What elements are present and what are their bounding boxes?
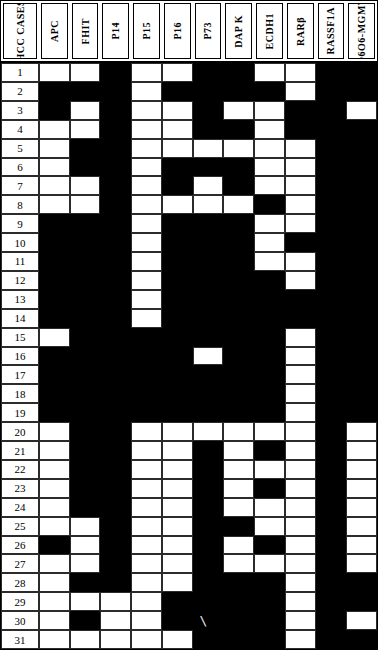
grid-cell <box>223 365 254 384</box>
grid-cell <box>254 176 285 195</box>
grid-cell <box>70 82 101 101</box>
grid-cell <box>39 611 70 630</box>
column-header-cell: P73 <box>193 1 224 63</box>
case-number-cell: 5 <box>1 139 39 158</box>
column-header-cell: O6O6-MGMT <box>346 1 377 63</box>
grid-cell <box>346 101 377 120</box>
grid-cell <box>316 176 347 195</box>
grid-cell <box>316 611 347 630</box>
grid-cell <box>316 630 347 649</box>
grid-cell <box>285 63 316 82</box>
grid-cell <box>316 82 347 101</box>
grid-cell <box>39 176 70 195</box>
column-header-cell: P14 <box>100 1 131 63</box>
grid-cell <box>223 195 254 214</box>
grid-cell <box>346 139 377 158</box>
grid-cell <box>223 517 254 536</box>
case-number-label: 30 <box>15 615 26 627</box>
grid-cell <box>131 573 162 592</box>
grid-cell: \ <box>193 611 224 630</box>
grid-cell <box>193 82 224 101</box>
grid-cell <box>316 309 347 328</box>
grid-cell <box>70 290 101 309</box>
grid-cell <box>39 422 70 441</box>
grid-cell <box>285 158 316 177</box>
grid-cell <box>223 630 254 649</box>
grid-cell <box>70 309 101 328</box>
grid-cell <box>223 536 254 555</box>
grid-cell <box>346 214 377 233</box>
grid-cell <box>162 592 193 611</box>
grid-cell <box>285 309 316 328</box>
grid-cell <box>254 517 285 536</box>
grid-cell <box>70 252 101 271</box>
case-number-cell: 2 <box>1 82 39 101</box>
grid-cell <box>254 271 285 290</box>
grid-cell <box>193 441 224 460</box>
grid-cell <box>39 403 70 422</box>
grid-cell <box>254 592 285 611</box>
grid-cell <box>346 290 377 309</box>
grid-cell <box>346 365 377 384</box>
grid-cell <box>100 290 131 309</box>
grid-cell <box>193 536 224 555</box>
case-number-label: 10 <box>15 237 26 249</box>
case-number-label: 31 <box>15 634 26 646</box>
header-box: RASSF1A <box>318 3 345 59</box>
grid-cell <box>131 460 162 479</box>
column-header-label: P14 <box>110 22 121 40</box>
grid-cell <box>162 63 193 82</box>
grid-cell <box>254 195 285 214</box>
case-number-cell: 20 <box>1 422 39 441</box>
grid-cell <box>70 101 101 120</box>
grid-cell <box>193 139 224 158</box>
column-header-label: RASSF1A <box>325 7 336 54</box>
grid-cell <box>131 82 162 101</box>
grid-cell <box>346 309 377 328</box>
column-header-label: RARβ <box>295 17 306 46</box>
grid-cell <box>131 554 162 573</box>
grid-cell <box>193 233 224 252</box>
grid-cell <box>285 120 316 139</box>
grid-cell <box>316 517 347 536</box>
grid-cell <box>254 233 285 252</box>
grid-cell <box>100 214 131 233</box>
grid-cell <box>39 271 70 290</box>
column-header-label: P16 <box>172 22 183 40</box>
grid-cell <box>223 233 254 252</box>
grid-cell <box>316 498 347 517</box>
grid-cell <box>162 554 193 573</box>
case-number-label: 22 <box>15 463 26 475</box>
case-number-cell: 15 <box>1 328 39 347</box>
grid-cell <box>346 271 377 290</box>
grid-cell <box>223 611 254 630</box>
column-header-cell: RASSF1A <box>316 1 347 63</box>
grid-cell <box>100 252 131 271</box>
grid-cell <box>39 120 70 139</box>
header-box: O6O6-MGMT <box>348 3 375 59</box>
grid-cell <box>346 422 377 441</box>
grid-cell <box>100 158 131 177</box>
grid-cell <box>223 120 254 139</box>
grid-cell <box>39 214 70 233</box>
grid-cell <box>346 82 377 101</box>
case-number-cell: 19 <box>1 403 39 422</box>
case-number-label: 4 <box>17 123 23 135</box>
grid-cell <box>162 422 193 441</box>
grid-cell <box>316 290 347 309</box>
case-number-label: 24 <box>15 501 26 513</box>
grid-cell <box>100 176 131 195</box>
case-number-label: 26 <box>15 539 26 551</box>
grid-cell <box>285 328 316 347</box>
grid-cell <box>316 554 347 573</box>
grid-cell <box>254 328 285 347</box>
case-number-label: 16 <box>15 350 26 362</box>
grid-cell <box>100 536 131 555</box>
grid-cell <box>223 82 254 101</box>
grid-cell <box>131 479 162 498</box>
grid-cell <box>131 328 162 347</box>
grid-cell <box>131 498 162 517</box>
grid-cell <box>131 441 162 460</box>
grid-cell <box>162 195 193 214</box>
grid-cell <box>70 517 101 536</box>
grid-cell <box>346 384 377 403</box>
grid-cell <box>193 158 224 177</box>
grid-cell <box>162 441 193 460</box>
case-number-cell: 8 <box>1 195 39 214</box>
grid-cell <box>254 630 285 649</box>
grid-cell <box>285 290 316 309</box>
grid-cell <box>193 460 224 479</box>
grid-cell <box>100 82 131 101</box>
grid-cell <box>70 611 101 630</box>
grid-cell <box>285 347 316 366</box>
grid-cell <box>346 630 377 649</box>
grid-cell <box>193 592 224 611</box>
grid-cell <box>100 479 131 498</box>
grid-cell <box>223 309 254 328</box>
grid-cell <box>254 158 285 177</box>
header-box: FHIT <box>72 3 99 59</box>
grid-cell <box>39 233 70 252</box>
case-number-label: 9 <box>17 218 23 230</box>
grid-cell <box>100 365 131 384</box>
case-number-cell: 22 <box>1 460 39 479</box>
grid-cell <box>100 328 131 347</box>
grid-cell <box>254 384 285 403</box>
grid-cell <box>193 573 224 592</box>
grid-cell <box>223 139 254 158</box>
grid-cell <box>100 347 131 366</box>
grid-cell <box>223 328 254 347</box>
grid-cell <box>193 365 224 384</box>
grid-cell <box>162 498 193 517</box>
grid-cell <box>39 554 70 573</box>
grid-cell <box>70 271 101 290</box>
case-number-label: 6 <box>17 161 23 173</box>
grid-cell <box>100 498 131 517</box>
grid-cell <box>100 309 131 328</box>
grid-cell <box>131 422 162 441</box>
grid-cell <box>223 573 254 592</box>
grid-cell <box>285 384 316 403</box>
grid-cell <box>223 460 254 479</box>
grid-cell <box>131 120 162 139</box>
case-number-label: 18 <box>15 388 26 400</box>
grid-cell <box>316 460 347 479</box>
grid-cell <box>193 309 224 328</box>
grid-cell <box>285 422 316 441</box>
grid-cell <box>285 195 316 214</box>
grid-cell <box>70 422 101 441</box>
grid-cell <box>162 158 193 177</box>
case-number-label: 8 <box>17 199 23 211</box>
case-number-cell: 31 <box>1 630 39 649</box>
grid-cell <box>346 498 377 517</box>
grid-cell <box>285 554 316 573</box>
grid-cell <box>100 233 131 252</box>
grid-cell <box>162 517 193 536</box>
case-number-cell: 9 <box>1 214 39 233</box>
case-number-cell: 26 <box>1 536 39 555</box>
case-number-cell: 16 <box>1 347 39 366</box>
grid-cell <box>100 554 131 573</box>
case-number-label: 27 <box>15 558 26 570</box>
case-number-cell: 21 <box>1 441 39 460</box>
case-number-label: 25 <box>15 520 26 532</box>
grid-cell <box>223 214 254 233</box>
grid-cell <box>131 290 162 309</box>
column-header-cell: DAP K <box>223 1 254 63</box>
column-header-label: P15 <box>141 22 152 40</box>
grid-cell <box>131 611 162 630</box>
grid-cell <box>346 195 377 214</box>
grid-cell <box>70 384 101 403</box>
grid-cell <box>346 63 377 82</box>
grid-cell <box>70 592 101 611</box>
grid-cell <box>193 290 224 309</box>
grid-cell <box>70 195 101 214</box>
grid-cell <box>316 214 347 233</box>
grid-cell <box>254 441 285 460</box>
grid-cell <box>100 422 131 441</box>
grid-cell <box>162 365 193 384</box>
grid-cell <box>162 252 193 271</box>
grid-cell <box>193 63 224 82</box>
grid-cell <box>193 252 224 271</box>
grid-cell <box>131 176 162 195</box>
column-header-cell: RARβ <box>285 1 316 63</box>
grid-cell <box>162 120 193 139</box>
grid-cell <box>162 384 193 403</box>
grid-cell <box>346 347 377 366</box>
grid-cell <box>131 101 162 120</box>
column-header-label: FHIT <box>80 18 91 44</box>
grid-cell <box>70 403 101 422</box>
grid-cell <box>70 233 101 252</box>
grid-cell <box>131 365 162 384</box>
grid-cell <box>316 195 347 214</box>
grid-cell <box>162 328 193 347</box>
grid-cell <box>39 536 70 555</box>
grid-cell <box>223 63 254 82</box>
case-number-cell: 25 <box>1 517 39 536</box>
case-number-cell: 11 <box>1 252 39 271</box>
grid-cell <box>316 536 347 555</box>
grid-cell <box>223 422 254 441</box>
grid-cell <box>39 630 70 649</box>
grid-cell <box>100 517 131 536</box>
grid-cell <box>70 63 101 82</box>
grid-cell <box>39 63 70 82</box>
grid-cell <box>193 384 224 403</box>
grid-cell <box>316 479 347 498</box>
case-number-label: 29 <box>15 596 26 608</box>
grid-cell <box>285 498 316 517</box>
case-number-label: 28 <box>15 577 26 589</box>
grid-cell <box>131 214 162 233</box>
grid-cell <box>162 630 193 649</box>
grid-cell <box>39 82 70 101</box>
grid-cell <box>316 441 347 460</box>
grid-cell <box>162 271 193 290</box>
grid-cell <box>346 158 377 177</box>
grid-cell <box>316 384 347 403</box>
grid-cell <box>131 139 162 158</box>
grid-cell <box>39 328 70 347</box>
header-box: ECDH1 <box>256 3 283 59</box>
case-number-cell: 1 <box>1 63 39 82</box>
case-number-cell: 24 <box>1 498 39 517</box>
case-number-cell: 14 <box>1 309 39 328</box>
grid-cell <box>70 498 101 517</box>
case-number-label: 20 <box>15 426 26 438</box>
case-number-label: 17 <box>15 369 26 381</box>
case-number-cell: 13 <box>1 290 39 309</box>
grid-cell <box>162 611 193 630</box>
grid-cell <box>254 554 285 573</box>
column-header-label: ECDH1 <box>264 13 275 49</box>
grid-cell <box>285 101 316 120</box>
grid-cell <box>223 592 254 611</box>
grid-cell <box>162 309 193 328</box>
grid-cell <box>70 573 101 592</box>
grid-cell <box>70 328 101 347</box>
grid-cell <box>162 290 193 309</box>
grid-cell <box>285 233 316 252</box>
grid-cell <box>39 592 70 611</box>
case-number-cell: 10 <box>1 233 39 252</box>
grid-cell <box>131 233 162 252</box>
grid-cell <box>131 63 162 82</box>
grid-cell <box>162 176 193 195</box>
grid-cell <box>162 573 193 592</box>
header-box: P14 <box>102 3 129 59</box>
grid-cell <box>223 176 254 195</box>
grid-cell <box>316 120 347 139</box>
grid-cell <box>223 347 254 366</box>
grid-cell <box>162 139 193 158</box>
grid-cell <box>316 63 347 82</box>
case-number-cell: 3 <box>1 101 39 120</box>
grid-cell <box>39 195 70 214</box>
grid-cell <box>100 63 131 82</box>
grid-cell <box>100 195 131 214</box>
column-header-label: DAP K <box>233 15 244 48</box>
grid-cell <box>346 252 377 271</box>
grid-cell <box>131 384 162 403</box>
case-number-cell: 4 <box>1 120 39 139</box>
grid-cell <box>223 403 254 422</box>
grid-cell <box>100 630 131 649</box>
grid-cell <box>346 611 377 630</box>
grid-cell <box>254 536 285 555</box>
case-number-label: 11 <box>15 255 26 267</box>
grid-cell <box>223 101 254 120</box>
grid-cell <box>193 403 224 422</box>
grid-cell <box>39 309 70 328</box>
grid-cell <box>131 536 162 555</box>
grid-cell <box>100 139 131 158</box>
grid-cell <box>39 517 70 536</box>
grid-cell <box>285 479 316 498</box>
grid-cell <box>193 214 224 233</box>
grid-cell <box>193 479 224 498</box>
grid-cell <box>346 536 377 555</box>
grid-cell <box>254 611 285 630</box>
grid-cell <box>100 271 131 290</box>
grid-cell <box>162 214 193 233</box>
grid-cell <box>223 441 254 460</box>
grid-cell <box>285 441 316 460</box>
grid-cell <box>285 630 316 649</box>
grid-cell <box>285 365 316 384</box>
grid-cell <box>254 365 285 384</box>
grid-cell <box>193 498 224 517</box>
case-number-cell: 23 <box>1 479 39 498</box>
methylation-grid: HCC CASESAPCFHITP14P15P16P73DAP KECDH1RA… <box>0 0 378 650</box>
grid-cell <box>131 630 162 649</box>
grid-cell <box>285 176 316 195</box>
case-number-cell: 29 <box>1 592 39 611</box>
grid-cell <box>316 592 347 611</box>
grid-cell <box>131 592 162 611</box>
grid-cell <box>39 101 70 120</box>
grid-cell <box>193 195 224 214</box>
grid-cell <box>100 384 131 403</box>
grid-cell <box>346 328 377 347</box>
grid-cell <box>254 101 285 120</box>
grid-cell <box>285 214 316 233</box>
case-number-label: 7 <box>17 180 23 192</box>
column-header-cell: APC <box>39 1 70 63</box>
grid-cell <box>70 460 101 479</box>
case-number-label: 19 <box>15 407 26 419</box>
grid-cell <box>254 139 285 158</box>
grid-cell <box>285 592 316 611</box>
grid-cell <box>316 271 347 290</box>
case-number-label: 14 <box>15 312 26 324</box>
grid-cell <box>254 573 285 592</box>
grid-cell <box>70 214 101 233</box>
header-box: APC <box>41 3 68 59</box>
grid-cell <box>162 403 193 422</box>
case-number-cell: 18 <box>1 384 39 403</box>
